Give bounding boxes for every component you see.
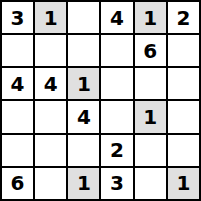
cell-digit: 1 (77, 173, 91, 193)
cell-r2c5[interactable]: 6 (135, 35, 166, 66)
cell-r4c6[interactable] (168, 101, 199, 132)
cell-r2c6[interactable] (168, 35, 199, 66)
cell-r3c4[interactable] (101, 68, 132, 99)
cell-r3c1[interactable]: 4 (2, 68, 33, 99)
cell-r6c2[interactable] (35, 168, 66, 199)
cell-digit: 4 (44, 74, 58, 94)
cell-digit: 4 (11, 74, 25, 94)
cell-r6c4[interactable]: 3 (101, 168, 132, 199)
cell-r4c2[interactable] (35, 101, 66, 132)
cell-r2c4[interactable] (101, 35, 132, 66)
cell-r1c2[interactable]: 1 (35, 2, 66, 33)
cell-r4c1[interactable] (2, 101, 33, 132)
cell-digit: 1 (44, 8, 58, 28)
cell-r1c1[interactable]: 3 (2, 2, 33, 33)
cell-digit: 1 (143, 8, 157, 28)
cell-digit: 6 (143, 41, 157, 61)
cell-r6c5[interactable] (135, 168, 166, 199)
cell-digit: 4 (110, 8, 124, 28)
cell-digit: 1 (176, 173, 190, 193)
cell-r1c4[interactable]: 4 (101, 2, 132, 33)
cell-digit: 4 (77, 107, 91, 127)
cell-r2c3[interactable] (68, 35, 99, 66)
cell-digit: 2 (176, 8, 190, 28)
cell-r4c5[interactable]: 1 (135, 101, 166, 132)
cell-r1c5[interactable]: 1 (135, 2, 166, 33)
cell-r4c4[interactable] (101, 101, 132, 132)
cell-r5c3[interactable] (68, 135, 99, 166)
cell-r6c3[interactable]: 1 (68, 168, 99, 199)
cell-digit: 3 (110, 173, 124, 193)
cell-r5c5[interactable] (135, 135, 166, 166)
cell-r1c3[interactable] (68, 2, 99, 33)
cell-r1c6[interactable]: 2 (168, 2, 199, 33)
cell-r2c1[interactable] (2, 35, 33, 66)
cell-digit: 2 (110, 140, 124, 160)
cell-r5c6[interactable] (168, 135, 199, 166)
cell-r6c6[interactable]: 1 (168, 168, 199, 199)
cell-r5c4[interactable]: 2 (101, 135, 132, 166)
cell-r3c3[interactable]: 1 (68, 68, 99, 99)
cell-r3c5[interactable] (135, 68, 166, 99)
cell-r3c6[interactable] (168, 68, 199, 99)
cell-r2c2[interactable] (35, 35, 66, 66)
cell-digit: 1 (77, 74, 91, 94)
cell-r4c3[interactable]: 4 (68, 101, 99, 132)
cell-r6c1[interactable]: 6 (2, 168, 33, 199)
cell-digit: 6 (11, 173, 25, 193)
cell-digit: 3 (11, 8, 25, 28)
puzzle-board: 3141264414126131 (0, 0, 201, 201)
cell-r5c2[interactable] (35, 135, 66, 166)
cell-digit: 1 (143, 107, 157, 127)
cell-r5c1[interactable] (2, 135, 33, 166)
cell-r3c2[interactable]: 4 (35, 68, 66, 99)
